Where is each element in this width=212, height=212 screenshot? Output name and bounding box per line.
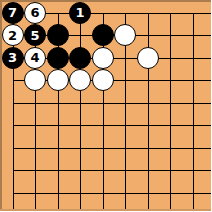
board-top-edge (0, 0, 211, 2)
board-left-edge (0, 0, 2, 211)
stone-white-move-6: 6 (24, 2, 46, 24)
move-number: 7 (8, 6, 17, 19)
vertical-grid-line (80, 13, 81, 212)
vertical-grid-line (148, 13, 149, 212)
stone-black (69, 47, 91, 69)
stone-white (47, 69, 69, 91)
move-number: 2 (8, 29, 17, 42)
stone-black-move-3: 3 (2, 47, 24, 69)
stone-black-move-1: 1 (69, 2, 91, 24)
go-diagram: 7612534 (0, 0, 211, 211)
move-number: 6 (30, 6, 39, 19)
stone-black-move-5: 5 (24, 24, 46, 46)
stone-white (69, 69, 91, 91)
horizontal-grid-line (13, 125, 212, 126)
stone-white (92, 69, 114, 91)
stone-white (92, 47, 114, 69)
stone-black-move-7: 7 (2, 2, 24, 24)
stone-white-move-4: 4 (24, 47, 46, 69)
horizontal-grid-line (13, 193, 212, 194)
stone-black (47, 24, 69, 46)
horizontal-grid-line (13, 103, 212, 104)
stone-white (24, 69, 46, 91)
vertical-grid-line (170, 13, 171, 212)
move-number: 4 (30, 51, 39, 64)
stone-white (114, 24, 136, 46)
stone-black (47, 47, 69, 69)
vertical-grid-line (193, 13, 194, 212)
stone-white (137, 47, 159, 69)
go-board: 7612534 (0, 0, 211, 211)
stone-white-move-2: 2 (2, 24, 24, 46)
horizontal-grid-line (13, 148, 212, 149)
horizontal-grid-line (13, 170, 212, 171)
move-number: 3 (8, 51, 17, 64)
board-bottom-edge (0, 209, 211, 211)
move-number: 1 (75, 6, 84, 19)
move-number: 5 (30, 29, 39, 42)
stone-black (92, 24, 114, 46)
